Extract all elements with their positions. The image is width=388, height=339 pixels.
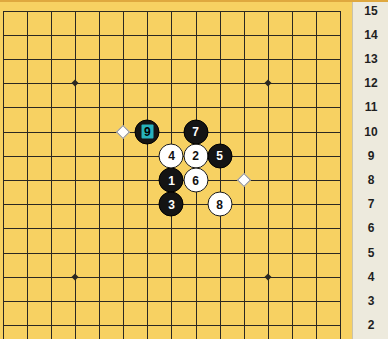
- row-label-11: 11: [353, 100, 388, 114]
- star-point: [72, 273, 79, 280]
- star-point: [264, 80, 271, 87]
- window-top-edge: [0, 0, 388, 2]
- grid-vline-col-6: [123, 11, 124, 339]
- row-label-12: 12: [353, 76, 388, 90]
- stone-move-9: 9: [135, 119, 160, 144]
- row-label-8: 8: [353, 173, 388, 187]
- row-label-10: 10: [353, 125, 388, 139]
- last-move-highlight: 9: [141, 125, 153, 139]
- row-label-4: 4: [353, 270, 388, 284]
- grid-vline-col-7: [147, 11, 148, 339]
- go-diagram: 123456789 15141312111098765432: [0, 0, 388, 339]
- grid-vline-col-13: [292, 11, 293, 339]
- row-label-6: 6: [353, 221, 388, 235]
- row-label-7: 7: [353, 197, 388, 211]
- row-label-9: 9: [353, 149, 388, 163]
- grid-vline-col-1: [3, 11, 4, 339]
- stone-move-1: 1: [159, 168, 184, 193]
- grid-vline-col-12: [268, 11, 269, 339]
- star-point: [264, 273, 271, 280]
- stone-move-4: 4: [159, 143, 184, 168]
- row-label-2: 2: [353, 318, 388, 332]
- grid-vline-col-15: [340, 11, 341, 339]
- stone-move-6: 6: [183, 168, 208, 193]
- marked-point-diamond-icon: [237, 173, 251, 187]
- stone-move-3: 3: [159, 192, 184, 217]
- row-label-3: 3: [353, 294, 388, 308]
- stone-move-5: 5: [207, 143, 232, 168]
- grid-vline-col-5: [99, 11, 100, 339]
- row-label-13: 13: [353, 52, 388, 66]
- grid-vline-col-10: [220, 11, 221, 339]
- grid-vline-col-3: [51, 11, 52, 339]
- stone-move-2: 2: [183, 143, 208, 168]
- grid-vline-col-14: [316, 11, 317, 339]
- star-point: [72, 80, 79, 87]
- marked-point-diamond-icon: [116, 125, 130, 139]
- row-label-15: 15: [353, 4, 388, 18]
- row-label-5: 5: [353, 246, 388, 260]
- grid-vline-col-4: [75, 11, 76, 339]
- stone-move-7: 7: [183, 119, 208, 144]
- grid-vline-col-2: [27, 11, 28, 339]
- row-label-14: 14: [353, 28, 388, 42]
- row-coordinate-panel: 15141312111098765432: [352, 0, 388, 339]
- stone-move-8: 8: [207, 192, 232, 217]
- go-board[interactable]: 123456789: [0, 0, 352, 339]
